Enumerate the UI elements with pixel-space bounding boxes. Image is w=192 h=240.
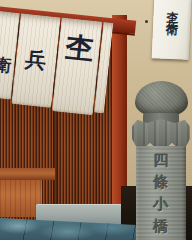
door-rail [0,168,55,180]
wall-nail [145,20,148,23]
shop-signboard: 杢兵衛 [152,0,192,60]
pillar-char-1: 四 [154,149,169,171]
noren-curtain: 衛 兵 杢 [0,11,113,126]
pillar-char-3: 小 [154,193,169,215]
noren-char-ei: 衛 [0,56,12,75]
pillar-dome-cap [135,81,188,117]
noren-char-hyo: 兵 [24,48,47,71]
pillar-char-2: 條 [154,171,169,193]
pillar-inscription: 四 條 小 橋 [136,149,186,237]
storefront-photo: 四 條 小 橋 杢兵衛 衛 兵 杢 [0,0,192,240]
pillar-shaft: 四 條 小 橋 [136,146,186,240]
red-door-post [112,15,127,207]
pillar-char-4: 橋 [154,215,169,237]
signboard-text: 杢兵衛 [162,0,182,59]
stone-pillar: 四 條 小 橋 [130,60,192,240]
noren-char-moku: 杢 [64,33,95,64]
